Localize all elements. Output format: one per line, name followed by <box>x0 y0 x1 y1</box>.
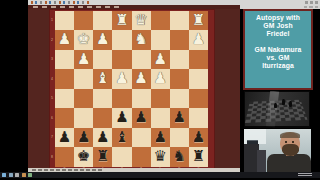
square-d4[interactable]: ♟ <box>132 69 151 89</box>
thumbnail-piece <box>289 101 292 107</box>
square-g8[interactable]: ♚ <box>74 147 93 167</box>
square-c8[interactable]: ♛ <box>151 147 170 167</box>
piece-black-pawn: ♟ <box>115 110 128 125</box>
square-e1[interactable]: ♜ <box>112 11 131 31</box>
piece-white-pawn: ♟ <box>58 32 71 47</box>
square-c7[interactable]: ♟ <box>151 128 170 148</box>
square-a7[interactable]: ♟ <box>189 128 208 148</box>
piece-black-pawn: ♟ <box>77 130 90 145</box>
square-a4[interactable] <box>189 69 208 89</box>
presenter-hair <box>280 132 300 138</box>
square-d7[interactable] <box>132 128 151 148</box>
info-panel-line: GM Nakamura <box>245 46 311 54</box>
square-h1[interactable] <box>55 11 74 31</box>
taskbar-app-icon[interactable] <box>15 173 19 177</box>
info-panel-line: GM Josh <box>245 22 311 30</box>
piece-white-pawn: ♟ <box>153 52 166 67</box>
presenter-eye <box>285 141 287 143</box>
presenter-beard <box>282 144 299 156</box>
piece-black-pawn: ♟ <box>173 110 186 125</box>
square-e7[interactable]: ♝ <box>112 128 131 148</box>
square-c6[interactable] <box>151 108 170 128</box>
square-a2[interactable]: ♟ <box>189 30 208 50</box>
square-f3[interactable] <box>93 50 112 70</box>
info-panel-line: Autopsy with <box>245 14 311 22</box>
taskbar-app-icon[interactable] <box>28 173 32 177</box>
square-h8[interactable] <box>55 147 74 167</box>
square-b4[interactable] <box>170 69 189 89</box>
piece-white-pawn: ♟ <box>96 32 109 47</box>
piece-black-queen: ♛ <box>153 149 166 164</box>
square-h6[interactable] <box>55 108 74 128</box>
rank-labels: 12345678 <box>50 11 55 167</box>
square-d2[interactable]: ♞ <box>132 30 151 50</box>
info-panel-line: Iturrizaga <box>245 62 311 70</box>
square-f1[interactable] <box>93 11 112 31</box>
square-e3[interactable] <box>112 50 131 70</box>
square-e4[interactable]: ♟ <box>112 69 131 89</box>
square-b3[interactable] <box>170 50 189 70</box>
square-h5[interactable] <box>55 89 74 109</box>
piece-black-pawn: ♟ <box>96 130 109 145</box>
piece-black-knight: ♞ <box>173 149 186 164</box>
webcam-view <box>244 129 311 173</box>
square-f8[interactable]: ♜ <box>93 147 112 167</box>
piece-white-pawn: ♟ <box>115 71 128 86</box>
square-d6[interactable]: ♟ <box>132 108 151 128</box>
square-b6[interactable]: ♟ <box>170 108 189 128</box>
square-a8[interactable]: ♜ <box>189 147 208 167</box>
piece-black-pawn: ♟ <box>153 130 166 145</box>
square-d8[interactable] <box>132 147 151 167</box>
square-b7[interactable] <box>170 128 189 148</box>
status-text <box>32 169 102 171</box>
square-a3[interactable] <box>189 50 208 70</box>
piece-black-pawn: ♟ <box>58 130 71 145</box>
square-h4[interactable] <box>55 69 74 89</box>
piece-white-king: ♚ <box>77 32 90 47</box>
square-g4[interactable] <box>74 69 93 89</box>
piece-white-rook: ♜ <box>115 13 128 28</box>
square-d5[interactable] <box>132 89 151 109</box>
piece-white-pawn: ♟ <box>192 32 205 47</box>
toolbar-icons <box>31 1 91 4</box>
square-e2[interactable] <box>112 30 131 50</box>
square-f2[interactable]: ♟ <box>93 30 112 50</box>
presenter-body <box>267 154 311 173</box>
square-h2[interactable]: ♟ <box>55 30 74 50</box>
game-thumbnail <box>244 91 310 128</box>
piece-white-knight: ♞ <box>134 32 147 47</box>
square-f4[interactable]: ♝ <box>93 69 112 89</box>
piece-white-pawn: ♟ <box>77 52 90 67</box>
close-icon[interactable] <box>315 6 319 9</box>
taskbar[interactable] <box>0 172 320 178</box>
piece-black-bishop: ♝ <box>115 130 128 145</box>
square-d1[interactable]: ♛ <box>132 11 151 31</box>
square-a1[interactable]: ♜ <box>189 11 208 31</box>
piece-black-pawn: ♟ <box>134 110 147 125</box>
square-f5[interactable] <box>93 89 112 109</box>
square-g3[interactable]: ♟ <box>74 50 93 70</box>
square-b5[interactable] <box>170 89 189 109</box>
square-g1[interactable] <box>74 11 93 31</box>
square-g5[interactable] <box>74 89 93 109</box>
taskbar-app-icon[interactable] <box>22 173 26 177</box>
square-f6[interactable] <box>93 108 112 128</box>
minimize-icon[interactable] <box>305 1 308 4</box>
piece-black-rook: ♜ <box>96 149 109 164</box>
screen: 12345678 hgfedcba ♜♛♜♟♚♟♞♟♟♟♝♟♟♟♟♟♟♟♟♟♝♟… <box>0 0 320 180</box>
square-d3[interactable] <box>132 50 151 70</box>
piece-white-pawn: ♟ <box>153 71 166 86</box>
info-panel: Autopsy withGM JoshFriedel GM Nakamuravs… <box>243 9 313 90</box>
square-c2[interactable] <box>151 30 170 50</box>
square-g7[interactable]: ♟ <box>74 128 93 148</box>
piece-white-bishop: ♝ <box>96 71 109 86</box>
square-f7[interactable]: ♟ <box>93 128 112 148</box>
square-b2[interactable] <box>170 30 189 50</box>
square-c3[interactable]: ♟ <box>151 50 170 70</box>
taskbar-clock <box>298 173 312 177</box>
thumbnail-piece <box>274 103 277 108</box>
square-g2[interactable]: ♚ <box>74 30 93 50</box>
square-c4[interactable]: ♟ <box>151 69 170 89</box>
square-e8[interactable] <box>112 147 131 167</box>
square-a6[interactable] <box>189 108 208 128</box>
square-h7[interactable]: ♟ <box>55 128 74 148</box>
chess-board: ♜♛♜♟♚♟♞♟♟♟♝♟♟♟♟♟♟♟♟♟♝♟♟♚♜♛♞♜ <box>55 11 208 167</box>
square-h3[interactable] <box>55 50 74 70</box>
menu-items <box>33 6 123 8</box>
maximize-icon[interactable] <box>310 1 313 4</box>
info-panel-line: Friedel <box>245 30 311 38</box>
square-e6[interactable]: ♟ <box>112 108 131 128</box>
thumbnail-piece <box>282 99 285 105</box>
square-a5[interactable] <box>189 89 208 109</box>
presenter-eye <box>292 141 294 143</box>
piece-black-king: ♚ <box>77 149 90 164</box>
square-g6[interactable] <box>74 108 93 128</box>
info-panel-line: vs. GM <box>245 54 311 62</box>
square-b8[interactable]: ♞ <box>170 147 189 167</box>
piece-white-pawn: ♟ <box>134 71 147 86</box>
webcam-equipment <box>257 150 266 173</box>
piece-black-pawn: ♟ <box>192 130 205 145</box>
piece-white-queen: ♛ <box>134 13 147 28</box>
taskbar-app-icon[interactable] <box>9 173 13 177</box>
square-c5[interactable] <box>151 89 170 109</box>
square-e5[interactable] <box>112 89 131 109</box>
square-b1[interactable] <box>170 11 189 31</box>
square-c1[interactable] <box>151 11 170 31</box>
piece-black-rook: ♜ <box>192 149 205 164</box>
piece-white-rook: ♜ <box>192 13 205 28</box>
close-icon[interactable] <box>315 1 318 4</box>
info-panel-line <box>245 38 311 46</box>
start-icon[interactable] <box>2 173 6 177</box>
